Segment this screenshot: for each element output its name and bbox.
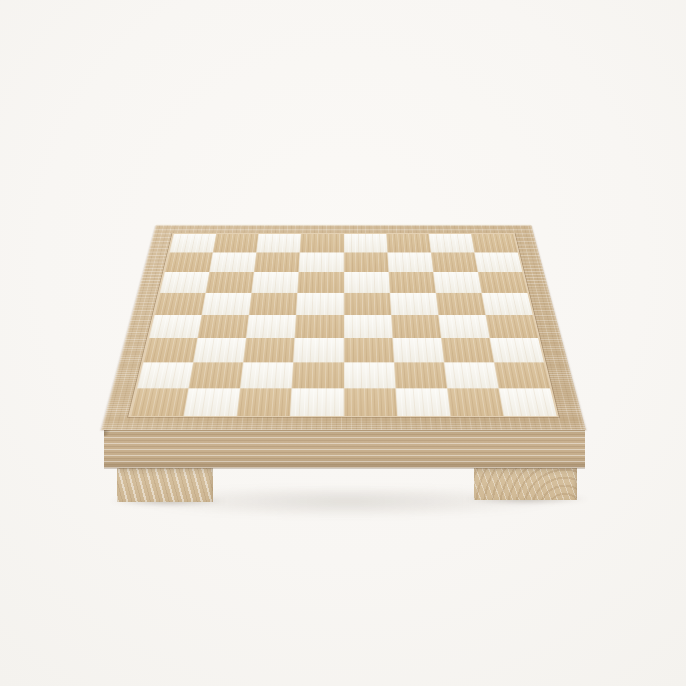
- square-f1: [395, 388, 450, 416]
- board-grid: [130, 234, 556, 416]
- square-g6: [433, 272, 481, 293]
- right-foot: [474, 464, 577, 500]
- square-h4: [485, 315, 538, 338]
- square-b7: [209, 253, 256, 273]
- square-f2: [394, 362, 447, 388]
- square-e5: [344, 293, 391, 315]
- square-b8: [213, 234, 259, 253]
- square-c2: [240, 362, 293, 388]
- square-f4: [391, 315, 441, 338]
- square-c7: [254, 253, 300, 273]
- square-a2: [137, 362, 193, 388]
- square-a1: [130, 388, 188, 416]
- square-h5: [481, 293, 532, 315]
- board-frame: [101, 225, 586, 430]
- square-b4: [198, 315, 249, 338]
- square-c5: [249, 293, 298, 315]
- square-h6: [478, 272, 528, 293]
- square-c8: [256, 234, 301, 253]
- square-a6: [160, 272, 210, 293]
- square-h7: [474, 253, 522, 273]
- square-d2: [292, 362, 344, 388]
- square-c3: [243, 338, 295, 363]
- square-d8: [300, 234, 344, 253]
- square-e4: [344, 315, 393, 338]
- square-c4: [246, 315, 296, 338]
- square-d7: [299, 253, 344, 273]
- square-h1: [498, 388, 556, 416]
- square-d3: [293, 338, 343, 363]
- square-a4: [149, 315, 202, 338]
- product-photo-scene: [0, 0, 686, 686]
- square-f3: [392, 338, 444, 363]
- square-b2: [189, 362, 244, 388]
- square-a8: [169, 234, 216, 253]
- square-g8: [428, 234, 474, 253]
- square-e7: [344, 253, 389, 273]
- square-h8: [471, 234, 518, 253]
- square-c6: [252, 272, 299, 293]
- square-f6: [388, 272, 435, 293]
- square-a7: [165, 253, 213, 273]
- square-d1: [290, 388, 343, 416]
- left-foot: [117, 464, 213, 502]
- square-g1: [447, 388, 504, 416]
- square-b1: [184, 388, 241, 416]
- square-h2: [494, 362, 550, 388]
- square-f8: [386, 234, 431, 253]
- square-f5: [389, 293, 438, 315]
- square-e3: [344, 338, 394, 363]
- square-d6: [298, 272, 344, 293]
- square-d4: [295, 315, 344, 338]
- square-b5: [202, 293, 252, 315]
- square-c1: [237, 388, 292, 416]
- square-d5: [296, 293, 343, 315]
- square-g3: [441, 338, 494, 363]
- square-b6: [206, 272, 254, 293]
- square-e2: [344, 362, 396, 388]
- square-h3: [489, 338, 543, 363]
- square-e1: [344, 388, 397, 416]
- square-a3: [143, 338, 197, 363]
- square-e6: [344, 272, 390, 293]
- square-g2: [444, 362, 499, 388]
- front-rail-face: [104, 427, 585, 468]
- square-a5: [154, 293, 205, 315]
- square-b3: [193, 338, 246, 363]
- square-g7: [431, 253, 478, 273]
- square-f7: [387, 253, 433, 273]
- square-g4: [438, 315, 489, 338]
- square-g5: [435, 293, 485, 315]
- square-e8: [344, 234, 388, 253]
